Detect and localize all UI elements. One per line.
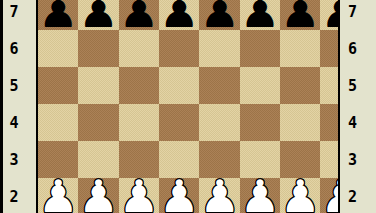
rank-label-right-2: 2 (340, 178, 376, 213)
chess-app-window: 765432 ♟♟♟♟♟♟♟♟♟♟♟♟♟♟♟♟ 765432 (0, 0, 376, 213)
square-e7[interactable]: ♟ (199, 0, 239, 30)
square-a6[interactable] (38, 30, 78, 67)
square-d6[interactable] (159, 30, 199, 67)
white-pawn-g2[interactable]: ♟ (280, 178, 320, 213)
white-pawn-d2[interactable]: ♟ (159, 178, 199, 213)
rank-label-left-3: 3 (3, 141, 36, 178)
square-e5[interactable] (199, 67, 239, 104)
white-pawn-f2[interactable]: ♟ (240, 178, 280, 213)
rank-label-left-4: 4 (3, 104, 36, 141)
rank-label-right-6: 6 (340, 30, 376, 67)
square-f6[interactable] (240, 30, 280, 67)
black-pawn-d7[interactable]: ♟ (159, 0, 199, 30)
square-b5[interactable] (78, 67, 118, 104)
white-pawn-c2[interactable]: ♟ (119, 178, 159, 213)
square-d5[interactable] (159, 67, 199, 104)
white-pawn-a2[interactable]: ♟ (38, 178, 78, 213)
rank-label-left-2: 2 (3, 178, 36, 213)
rank-label-left-5: 5 (3, 67, 36, 104)
black-pawn-g7[interactable]: ♟ (280, 0, 320, 30)
square-f5[interactable] (240, 67, 280, 104)
rank-label-right-3: 3 (340, 141, 376, 178)
rank-label-left-7: 7 (3, 0, 36, 30)
square-c6[interactable] (119, 30, 159, 67)
white-pawn-e2[interactable]: ♟ (199, 178, 239, 213)
square-b2[interactable]: ♟ (78, 178, 118, 213)
black-pawn-e7[interactable]: ♟ (199, 0, 239, 30)
square-d2[interactable]: ♟ (159, 178, 199, 213)
black-pawn-f7[interactable]: ♟ (240, 0, 280, 30)
square-a7[interactable]: ♟ (38, 0, 78, 30)
square-g2[interactable]: ♟ (280, 178, 320, 213)
square-c4[interactable] (119, 104, 159, 141)
square-a2[interactable]: ♟ (38, 178, 78, 213)
square-g7[interactable]: ♟ (280, 0, 320, 30)
square-c7[interactable]: ♟ (119, 0, 159, 30)
square-d7[interactable]: ♟ (159, 0, 199, 30)
rank-labels-left: 765432 (0, 0, 38, 213)
square-f2[interactable]: ♟ (240, 178, 280, 213)
rank-label-left-6: 6 (3, 30, 36, 67)
square-b6[interactable] (78, 30, 118, 67)
square-b4[interactable] (78, 104, 118, 141)
rank-labels-right: 765432 (338, 0, 376, 213)
rank-label-right-4: 4 (340, 104, 376, 141)
square-a5[interactable] (38, 67, 78, 104)
square-g4[interactable] (280, 104, 320, 141)
rank-label-right-5: 5 (340, 67, 376, 104)
white-pawn-b2[interactable]: ♟ (78, 178, 118, 213)
square-f4[interactable] (240, 104, 280, 141)
square-g5[interactable] (280, 67, 320, 104)
rank-label-right-7: 7 (340, 0, 376, 30)
square-g6[interactable] (280, 30, 320, 67)
black-pawn-b7[interactable]: ♟ (78, 0, 118, 30)
square-c5[interactable] (119, 67, 159, 104)
square-e6[interactable] (199, 30, 239, 67)
black-pawn-a7[interactable]: ♟ (38, 0, 78, 30)
black-pawn-c7[interactable]: ♟ (119, 0, 159, 30)
square-c2[interactable]: ♟ (119, 178, 159, 213)
square-b7[interactable]: ♟ (78, 0, 118, 30)
square-f7[interactable]: ♟ (240, 0, 280, 30)
square-d4[interactable] (159, 104, 199, 141)
square-e2[interactable]: ♟ (199, 178, 239, 213)
square-e4[interactable] (199, 104, 239, 141)
square-a4[interactable] (38, 104, 78, 141)
chess-board: ♟♟♟♟♟♟♟♟♟♟♟♟♟♟♟♟ (38, 0, 338, 213)
